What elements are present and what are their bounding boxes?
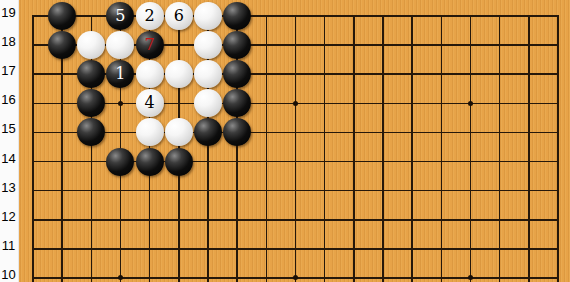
stone-black-G15[interactable] xyxy=(194,118,222,146)
stone-black-E14[interactable] xyxy=(136,148,164,176)
stone-black-C15[interactable] xyxy=(77,118,105,146)
stone-black-B18[interactable] xyxy=(48,31,76,59)
stone-black-C16[interactable] xyxy=(77,89,105,117)
stone-white-E19[interactable]: 2 xyxy=(136,2,164,30)
stone-black-C17[interactable] xyxy=(77,60,105,88)
stone-white-F17[interactable] xyxy=(165,60,193,88)
stone-white-C18[interactable] xyxy=(77,31,105,59)
row-label-12: 12 xyxy=(0,209,17,225)
row-coordinates-strip: 19181716151413121110 xyxy=(0,0,19,282)
stone-black-H18[interactable] xyxy=(223,31,251,59)
stone-black-D17[interactable]: 1 xyxy=(106,60,134,88)
stone-white-G19[interactable] xyxy=(194,2,222,30)
stone-black-H17[interactable] xyxy=(223,60,251,88)
row-label-11: 11 xyxy=(0,238,17,254)
stone-black-D14[interactable] xyxy=(106,148,134,176)
row-label-18: 18 xyxy=(0,34,17,50)
row-label-17: 17 xyxy=(0,63,17,79)
stone-black-H19[interactable] xyxy=(223,2,251,30)
row-label-19: 19 xyxy=(0,5,17,21)
stone-white-F19[interactable]: 6 xyxy=(165,2,193,30)
move-number-4: 4 xyxy=(145,89,155,117)
stone-black-B19[interactable] xyxy=(48,2,76,30)
row-label-13: 13 xyxy=(0,180,17,196)
move-number-5: 5 xyxy=(115,2,125,30)
stone-black-D19[interactable]: 5 xyxy=(106,2,134,30)
stone-white-D18[interactable] xyxy=(106,31,134,59)
move-number-1: 1 xyxy=(115,60,125,88)
move-number-2: 2 xyxy=(145,2,155,30)
stone-white-E15[interactable] xyxy=(136,118,164,146)
stone-black-H16[interactable] xyxy=(223,89,251,117)
row-label-10: 10 xyxy=(0,267,17,282)
stone-white-E16[interactable]: 4 xyxy=(136,89,164,117)
stone-black-E18[interactable]: 7 xyxy=(136,31,164,59)
stone-white-F15[interactable] xyxy=(165,118,193,146)
row-label-15: 15 xyxy=(0,121,17,137)
move-number-7: 7 xyxy=(145,31,155,59)
move-number-6: 6 xyxy=(174,2,184,30)
row-label-16: 16 xyxy=(0,92,17,108)
stone-white-E17[interactable] xyxy=(136,60,164,88)
stone-white-G16[interactable] xyxy=(194,89,222,117)
go-board-screen: 571264 19181716151413121110 xyxy=(0,0,570,282)
stone-black-F14[interactable] xyxy=(165,148,193,176)
stone-black-H15[interactable] xyxy=(223,118,251,146)
go-board[interactable]: 571264 xyxy=(18,1,570,282)
row-label-14: 14 xyxy=(0,151,17,167)
stone-white-G17[interactable] xyxy=(194,60,222,88)
stone-white-G18[interactable] xyxy=(194,31,222,59)
